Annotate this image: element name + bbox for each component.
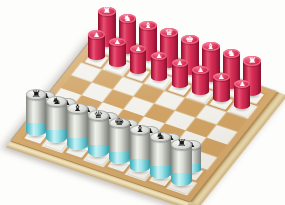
pawn-symbol-icon: ♟ — [93, 32, 100, 38]
piece-cylinder-body — [46, 102, 67, 144]
red-pawn-piece: ♟ — [172, 63, 188, 88]
knight-symbol-icon: ♞ — [156, 132, 166, 141]
silver-bishop-piece: ♝ — [67, 109, 88, 151]
piece-top-face: ♟ — [172, 59, 188, 68]
piece-top-face: ♜ — [98, 7, 116, 16]
rook-symbol-icon: ♜ — [31, 90, 41, 99]
piece-cyan-band — [67, 138, 88, 151]
bishop-symbol-icon: ♝ — [206, 43, 215, 51]
piece-cyan-band — [150, 166, 171, 179]
piece-cylinder-body — [130, 130, 151, 172]
piece-top-face: ♜ — [26, 89, 47, 100]
rook-symbol-icon: ♜ — [176, 140, 186, 149]
rook-symbol-icon: ♜ — [248, 57, 257, 65]
piece-top-face: ♟ — [213, 73, 229, 82]
silver-king-piece: ♚ — [109, 123, 130, 165]
knight-symbol-icon: ♞ — [123, 15, 132, 23]
piece-cylinder-body — [67, 109, 88, 151]
piece-top-face: ♜ — [243, 56, 261, 65]
king-symbol-icon: ♚ — [185, 36, 194, 44]
pawn-symbol-icon: ♟ — [197, 67, 204, 73]
pawn-symbol-icon: ♟ — [135, 46, 142, 52]
pawn-symbol-icon: ♟ — [239, 81, 246, 87]
bishop-symbol-icon: ♝ — [135, 125, 145, 134]
pieces-layer: ♜♞♝♛♚♝♞♜♟♟♟♟♟♟♟♟♟♟♟♟♟♟♟♟♜♞♝♛♚♝♞♜ — [0, 0, 285, 205]
silver-rook-piece: ♜ — [26, 95, 47, 137]
silver-queen-piece: ♛ — [88, 116, 109, 158]
red-pawn-piece: ♟ — [192, 70, 208, 95]
king-symbol-icon: ♚ — [114, 118, 124, 127]
red-pawn-piece: ♟ — [88, 35, 104, 60]
chess-set-photo: ♜♞♝♛♚♝♞♜♟♟♟♟♟♟♟♟♟♟♟♟♟♟♟♟♜♞♝♛♚♝♞♜ — [0, 0, 285, 205]
queen-symbol-icon: ♛ — [165, 29, 174, 37]
piece-top-face: ♟ — [151, 52, 167, 61]
piece-cylinder-body — [109, 123, 130, 165]
red-pawn-piece: ♟ — [130, 49, 146, 74]
silver-knight-piece: ♞ — [150, 137, 171, 179]
red-pawn-piece: ♟ — [234, 84, 250, 109]
piece-cylinder-body — [150, 137, 171, 179]
piece-top-face: ♚ — [109, 118, 130, 129]
knight-symbol-icon: ♞ — [227, 50, 236, 58]
piece-cyan-band — [130, 159, 151, 172]
red-pawn-piece: ♟ — [213, 77, 229, 102]
piece-top-face: ♝ — [202, 42, 220, 51]
piece-top-face: ♟ — [109, 38, 125, 47]
pawn-symbol-icon: ♟ — [114, 39, 121, 45]
pawn-symbol-icon: ♟ — [176, 60, 183, 66]
piece-top-face: ♜ — [171, 139, 192, 150]
piece-cylinder-body — [26, 95, 47, 137]
piece-cyan-band — [88, 145, 109, 158]
silver-rook-piece: ♜ — [171, 144, 192, 186]
pawn-symbol-icon: ♟ — [156, 53, 163, 59]
piece-cyan-band — [26, 123, 47, 136]
red-pawn-piece: ♟ — [151, 56, 167, 81]
piece-cylinder-body — [88, 116, 109, 158]
piece-cyan-band — [171, 173, 192, 186]
bishop-symbol-icon: ♝ — [72, 104, 82, 113]
silver-bishop-piece: ♝ — [130, 130, 151, 172]
knight-symbol-icon: ♞ — [52, 97, 62, 106]
rook-symbol-icon: ♜ — [102, 7, 111, 15]
piece-top-face: ♟ — [88, 30, 104, 39]
pawn-symbol-icon: ♟ — [218, 74, 225, 80]
piece-cyan-band — [46, 130, 67, 143]
bishop-symbol-icon: ♝ — [144, 22, 153, 30]
piece-top-face: ♟ — [192, 66, 208, 75]
piece-cylinder-body — [171, 144, 192, 186]
queen-symbol-icon: ♛ — [93, 111, 103, 120]
red-pawn-piece: ♟ — [109, 42, 125, 67]
piece-cyan-band — [109, 152, 130, 165]
silver-knight-piece: ♞ — [46, 102, 67, 144]
